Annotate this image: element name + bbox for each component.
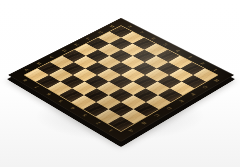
square-b3[interactable]	[96, 95, 121, 109]
square-e1[interactable]	[158, 88, 183, 102]
board-frame: HGFEDCBA 87654321 87654321 HGFEDCBA	[8, 18, 234, 142]
square-e3[interactable]	[133, 75, 157, 88]
square-c2[interactable]	[121, 95, 146, 109]
square-a1[interactable]	[108, 116, 134, 131]
square-c4[interactable]	[97, 82, 121, 96]
square-f1[interactable]	[170, 82, 194, 96]
square-a7[interactable]	[36, 75, 60, 88]
square-b1[interactable]	[121, 109, 146, 124]
chessboard-photo: HGFEDCBA 87654321 87654321 HGFEDCBA	[0, 0, 240, 167]
square-e2[interactable]	[145, 82, 169, 96]
square-b4[interactable]	[84, 88, 109, 102]
square-c5[interactable]	[85, 75, 109, 88]
square-b2[interactable]	[108, 102, 133, 116]
square-d1[interactable]	[146, 95, 171, 109]
square-g1[interactable]	[182, 75, 206, 88]
square-b5[interactable]	[72, 82, 96, 96]
square-a6[interactable]	[48, 82, 72, 96]
square-a3[interactable]	[83, 102, 108, 116]
square-a4[interactable]	[71, 95, 96, 109]
square-b6[interactable]	[60, 75, 84, 88]
square-a2[interactable]	[96, 109, 121, 124]
square-f2[interactable]	[157, 75, 181, 88]
square-c1[interactable]	[134, 102, 159, 116]
square-d3[interactable]	[121, 82, 145, 96]
board-squares	[23, 25, 218, 132]
square-c3[interactable]	[109, 88, 134, 102]
chess-board: HGFEDCBA 87654321 87654321 HGFEDCBA	[8, 18, 234, 142]
square-d2[interactable]	[133, 88, 158, 102]
board-scene: HGFEDCBA 87654321 87654321 HGFEDCBA	[41, 0, 201, 155]
square-d4[interactable]	[109, 75, 133, 88]
square-a5[interactable]	[59, 88, 84, 102]
